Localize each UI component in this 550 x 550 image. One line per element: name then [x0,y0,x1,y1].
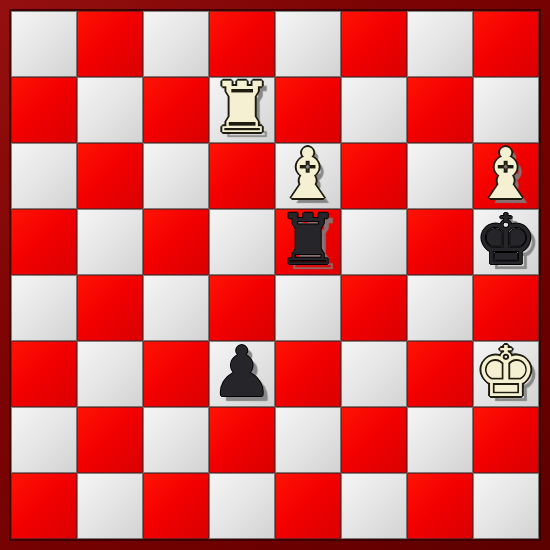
square-f8[interactable] [341,11,407,77]
square-d7[interactable]: ♜ [209,77,275,143]
square-c7[interactable] [143,77,209,143]
square-a1[interactable] [11,473,77,539]
square-d5[interactable] [209,209,275,275]
square-f3[interactable] [341,341,407,407]
square-a6[interactable] [11,143,77,209]
square-c8[interactable] [143,11,209,77]
square-a7[interactable] [11,77,77,143]
square-d3[interactable]: ♟ [209,341,275,407]
square-b2[interactable] [77,407,143,473]
square-c1[interactable] [143,473,209,539]
square-h5[interactable]: ♚ [473,209,539,275]
square-e4[interactable] [275,275,341,341]
square-e2[interactable] [275,407,341,473]
piece-black-pawn[interactable]: ♟ [211,337,274,407]
square-c2[interactable] [143,407,209,473]
square-a8[interactable] [11,11,77,77]
square-g3[interactable] [407,341,473,407]
square-b3[interactable] [77,341,143,407]
square-g6[interactable] [407,143,473,209]
square-e5[interactable]: ♜ [275,209,341,275]
square-g8[interactable] [407,11,473,77]
square-b8[interactable] [77,11,143,77]
square-a4[interactable] [11,275,77,341]
square-a2[interactable] [11,407,77,473]
square-f7[interactable] [341,77,407,143]
piece-black-rook[interactable]: ♜ [277,205,340,275]
square-c4[interactable] [143,275,209,341]
square-d6[interactable] [209,143,275,209]
square-g7[interactable] [407,77,473,143]
square-g2[interactable] [407,407,473,473]
square-f6[interactable] [341,143,407,209]
square-e1[interactable] [275,473,341,539]
square-a5[interactable] [11,209,77,275]
square-b7[interactable] [77,77,143,143]
square-e8[interactable] [275,11,341,77]
square-a3[interactable] [11,341,77,407]
square-e3[interactable] [275,341,341,407]
square-c5[interactable] [143,209,209,275]
square-c6[interactable] [143,143,209,209]
square-f1[interactable] [341,473,407,539]
square-h2[interactable] [473,407,539,473]
chess-board: ♜♝♝♜♚♟♚ [11,11,539,539]
square-b4[interactable] [77,275,143,341]
piece-white-king[interactable]: ♚ [475,337,538,407]
square-b6[interactable] [77,143,143,209]
piece-black-king[interactable]: ♚ [475,205,538,275]
square-c3[interactable] [143,341,209,407]
square-h1[interactable] [473,473,539,539]
square-d2[interactable] [209,407,275,473]
piece-white-rook[interactable]: ♜ [211,73,274,143]
square-b5[interactable] [77,209,143,275]
square-f5[interactable] [341,209,407,275]
square-h3[interactable]: ♚ [473,341,539,407]
board-frame: ♜♝♝♜♚♟♚ [0,0,550,550]
square-h8[interactable] [473,11,539,77]
square-d1[interactable] [209,473,275,539]
square-f2[interactable] [341,407,407,473]
square-f4[interactable] [341,275,407,341]
square-g1[interactable] [407,473,473,539]
square-b1[interactable] [77,473,143,539]
square-g4[interactable] [407,275,473,341]
square-g5[interactable] [407,209,473,275]
